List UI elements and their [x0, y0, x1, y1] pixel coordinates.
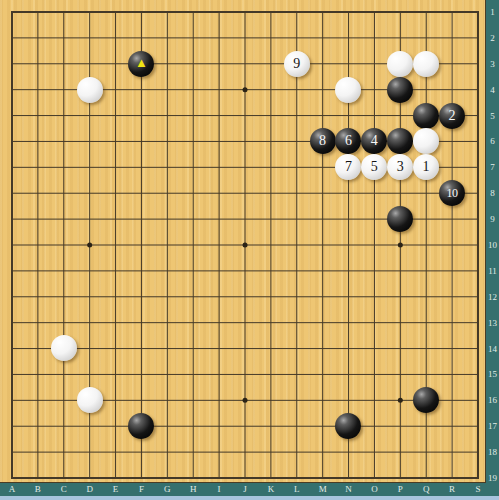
- column-label-D: D: [86, 484, 93, 494]
- move-number-label: 7: [345, 160, 352, 174]
- stone-white-c14: [51, 335, 77, 361]
- row-label-10: 10: [486, 240, 499, 250]
- row-label-11: 11: [486, 266, 499, 276]
- row-label-4: 4: [486, 85, 499, 95]
- move-number-label: 1: [423, 160, 430, 174]
- column-label-M: M: [319, 484, 327, 494]
- stone-black-r5: 2: [439, 103, 465, 129]
- go-board-app: ▲92864753110 123456789101112131415161718…: [0, 0, 499, 500]
- row-label-18: 18: [486, 447, 499, 457]
- stone-white-q6: [413, 128, 439, 154]
- row-label-2: 2: [486, 33, 499, 43]
- row-label-6: 6: [486, 136, 499, 146]
- stone-white-p7: 3: [387, 154, 413, 180]
- stone-white-l3: 9: [284, 51, 310, 77]
- stone-black-o6: 4: [361, 128, 387, 154]
- stone-black-q5: [413, 103, 439, 129]
- column-label-J: J: [243, 484, 247, 494]
- stone-white-n7: 7: [335, 154, 361, 180]
- row-label-13: 13: [486, 318, 499, 328]
- column-label-S: S: [475, 484, 480, 494]
- column-labels-strip: ABCDEFGHIJKLMNOPQRS: [0, 483, 499, 496]
- column-label-Q: Q: [423, 484, 430, 494]
- row-label-19: 19: [486, 473, 499, 483]
- stone-black-r8: 10: [439, 180, 465, 206]
- column-label-B: B: [35, 484, 41, 494]
- row-label-17: 17: [486, 421, 499, 431]
- row-label-3: 3: [486, 59, 499, 69]
- row-label-15: 15: [486, 369, 499, 379]
- column-label-N: N: [345, 484, 352, 494]
- stone-black-n17: [335, 413, 361, 439]
- column-label-I: I: [218, 484, 221, 494]
- move-number-label: 8: [319, 134, 326, 148]
- stone-black-f17: [128, 413, 154, 439]
- move-number-label: 5: [371, 160, 378, 174]
- bottom-bar: [0, 496, 499, 500]
- stone-black-m6: 8: [310, 128, 336, 154]
- stone-white-q7: 1: [413, 154, 439, 180]
- column-label-E: E: [113, 484, 119, 494]
- row-label-16: 16: [486, 395, 499, 405]
- stone-white-d16: [77, 387, 103, 413]
- stone-black-f3: ▲: [128, 51, 154, 77]
- column-label-K: K: [268, 484, 275, 494]
- row-label-8: 8: [486, 188, 499, 198]
- stone-black-q16: [413, 387, 439, 413]
- row-label-9: 9: [486, 214, 499, 224]
- row-label-1: 1: [486, 7, 499, 17]
- stone-black-p4: [387, 77, 413, 103]
- column-label-H: H: [190, 484, 197, 494]
- intersection-grid[interactable]: ▲92864753110: [0, 0, 491, 491]
- column-label-L: L: [294, 484, 300, 494]
- stone-white-q3: [413, 51, 439, 77]
- move-number-label: 9: [293, 57, 300, 71]
- row-label-14: 14: [486, 344, 499, 354]
- stone-white-p3: [387, 51, 413, 77]
- column-label-C: C: [61, 484, 67, 494]
- column-label-R: R: [449, 484, 455, 494]
- stone-white-n4: [335, 77, 361, 103]
- move-number-label: 4: [371, 134, 378, 148]
- stone-white-o7: 5: [361, 154, 387, 180]
- column-label-P: P: [398, 484, 403, 494]
- row-label-12: 12: [486, 292, 499, 302]
- stone-black-p6: [387, 128, 413, 154]
- stone-white-d4: [77, 77, 103, 103]
- column-label-G: G: [164, 484, 171, 494]
- row-labels-strip: 12345678910111213141516171819: [486, 0, 499, 496]
- board-surface[interactable]: ▲92864753110: [0, 0, 486, 483]
- move-number-label: 2: [448, 109, 455, 123]
- column-label-A: A: [9, 484, 16, 494]
- triangle-marker-icon: ▲: [135, 56, 148, 69]
- column-label-O: O: [371, 484, 378, 494]
- move-number-label: 10: [446, 187, 457, 199]
- stone-black-n6: 6: [335, 128, 361, 154]
- stone-black-p9: [387, 206, 413, 232]
- move-number-label: 6: [345, 134, 352, 148]
- move-number-label: 3: [397, 160, 404, 174]
- row-label-7: 7: [486, 162, 499, 172]
- row-label-5: 5: [486, 111, 499, 121]
- column-label-F: F: [139, 484, 144, 494]
